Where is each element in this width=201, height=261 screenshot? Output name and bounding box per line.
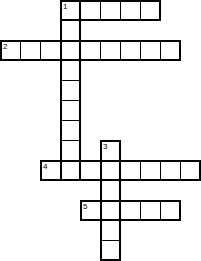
grid-cell-r0-c3[interactable]: 1 (60, 0, 81, 21)
crossword-board: 12345 (0, 0, 201, 261)
clue-number-3: 3 (103, 143, 107, 151)
grid-cell-r2-c6[interactable] (120, 40, 141, 61)
grid-cell-r0-c4[interactable] (80, 0, 101, 21)
clue-number-2: 2 (3, 43, 7, 51)
grid-cell-r11-c5[interactable] (100, 220, 121, 241)
clue-number-1: 1 (63, 3, 67, 11)
grid-cell-r0-c5[interactable] (100, 0, 121, 21)
grid-cell-r0-c6[interactable] (120, 0, 141, 21)
grid-cell-r7-c5[interactable]: 3 (100, 140, 121, 161)
clue-number-4: 4 (43, 163, 47, 171)
grid-cell-r8-c3[interactable] (60, 160, 81, 181)
grid-cell-r9-c5[interactable] (100, 180, 121, 201)
grid-cell-r0-c7[interactable] (140, 0, 161, 21)
grid-cell-r2-c1[interactable] (20, 40, 41, 61)
grid-cell-r7-c3[interactable] (60, 140, 81, 161)
grid-cell-r2-c3[interactable] (60, 40, 81, 61)
grid-cell-r12-c5[interactable] (100, 240, 121, 261)
grid-cell-r10-c8[interactable] (160, 200, 181, 221)
grid-cell-r8-c2[interactable]: 4 (40, 160, 61, 181)
grid-cell-r8-c5[interactable] (100, 160, 121, 181)
clue-number-5: 5 (83, 203, 87, 211)
grid-cell-r2-c4[interactable] (80, 40, 101, 61)
grid-cell-r2-c8[interactable] (160, 40, 181, 61)
grid-cell-r2-c2[interactable] (40, 40, 61, 61)
grid-cell-r6-c3[interactable] (60, 120, 81, 141)
grid-cell-r10-c5[interactable] (100, 200, 121, 221)
grid-cell-r2-c0[interactable]: 2 (0, 40, 21, 61)
grid-cell-r2-c7[interactable] (140, 40, 161, 61)
grid-cell-r8-c8[interactable] (160, 160, 181, 181)
grid-cell-r2-c5[interactable] (100, 40, 121, 61)
grid-cell-r5-c3[interactable] (60, 100, 81, 121)
grid-cell-r10-c4[interactable]: 5 (80, 200, 101, 221)
grid-cell-r10-c6[interactable] (120, 200, 141, 221)
grid-cell-r8-c4[interactable] (80, 160, 101, 181)
grid-cell-r1-c3[interactable] (60, 20, 81, 41)
grid-cell-r3-c3[interactable] (60, 60, 81, 81)
grid-cell-r8-c9[interactable] (180, 160, 201, 181)
grid-cell-r10-c7[interactable] (140, 200, 161, 221)
grid-cell-r8-c6[interactable] (120, 160, 141, 181)
grid-cell-r4-c3[interactable] (60, 80, 81, 101)
grid-cell-r8-c7[interactable] (140, 160, 161, 181)
